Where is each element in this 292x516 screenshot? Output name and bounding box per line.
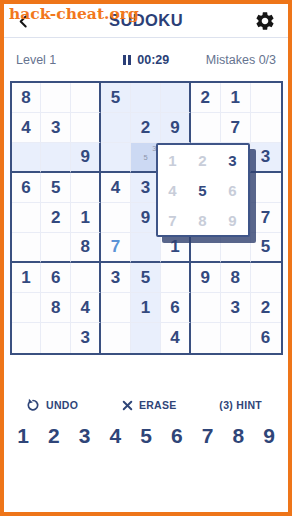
cell-r6c2[interactable] <box>41 233 71 263</box>
cell-r1c2[interactable] <box>41 83 71 113</box>
cell-r2c2[interactable]: 3 <box>41 113 71 143</box>
cell-r3c4[interactable] <box>101 143 131 173</box>
note-popup-digit-3[interactable]: 3 <box>218 145 248 175</box>
cell-r1c9[interactable] <box>251 83 281 113</box>
note-popup-digit-8[interactable]: 8 <box>188 205 218 235</box>
cell-r8c5[interactable]: 1 <box>131 293 161 323</box>
cell-r4c9[interactable] <box>251 173 281 203</box>
cell-r1c1[interactable]: 8 <box>12 83 42 113</box>
top-bar: SUDOKU <box>4 4 288 38</box>
cell-r6c5[interactable] <box>131 233 161 263</box>
pencil-notes: 35 <box>132 144 159 170</box>
note-popup-digit-4[interactable]: 4 <box>158 175 188 205</box>
cell-r1c3[interactable] <box>71 83 101 113</box>
cell-r8c8[interactable]: 3 <box>221 293 251 323</box>
numpad-9[interactable]: 9 <box>262 424 276 448</box>
numpad-7[interactable]: 7 <box>201 424 215 448</box>
cell-r7c9[interactable] <box>251 263 281 293</box>
cell-r4c4[interactable]: 4 <box>101 173 131 203</box>
cell-r8c7[interactable] <box>191 293 221 323</box>
note-picker-popup: 123456789 <box>156 143 250 237</box>
cell-r8c1[interactable] <box>12 293 42 323</box>
cell-r7c1[interactable]: 1 <box>12 263 42 293</box>
cell-r5c9[interactable]: 7 <box>251 203 281 233</box>
cell-r8c3[interactable]: 4 <box>71 293 101 323</box>
note-popup-digit-2[interactable]: 2 <box>188 145 218 175</box>
cell-r8c4[interactable] <box>101 293 131 323</box>
cell-r6c9[interactable]: 5 <box>251 233 281 263</box>
cell-r8c2[interactable]: 8 <box>41 293 71 323</box>
numpad-2[interactable]: 2 <box>47 424 61 448</box>
cell-r7c4[interactable]: 3 <box>101 263 131 293</box>
cell-r4c1[interactable]: 6 <box>12 173 42 203</box>
cell-r7c8[interactable]: 8 <box>221 263 251 293</box>
cell-r5c3[interactable]: 1 <box>71 203 101 233</box>
cell-r7c7[interactable]: 9 <box>191 263 221 293</box>
cell-r1c4[interactable]: 5 <box>101 83 131 113</box>
undo-arrow-icon <box>25 397 41 413</box>
note-popup-digit-6[interactable]: 6 <box>218 175 248 205</box>
cell-r1c7[interactable]: 2 <box>191 83 221 113</box>
undo-label: UNDO <box>46 399 78 411</box>
cell-r2c1[interactable]: 4 <box>12 113 42 143</box>
cell-r2c4[interactable] <box>101 113 131 143</box>
sudoku-app-screen: hack-cheat.org SUDOKU Level 1 00:29 Mist… <box>0 0 292 516</box>
cell-r6c7[interactable] <box>191 233 221 263</box>
settings-button[interactable] <box>254 10 276 32</box>
cell-r9c3[interactable]: 3 <box>71 323 101 353</box>
cell-r7c2[interactable]: 6 <box>41 263 71 293</box>
numpad-3[interactable]: 3 <box>78 424 92 448</box>
cell-r5c1[interactable] <box>12 203 42 233</box>
numpad-5[interactable]: 5 <box>139 424 153 448</box>
status-bar: Level 1 00:29 Mistakes 0/3 <box>4 51 288 69</box>
number-pad: 123456789 <box>4 424 288 448</box>
cell-r9c7[interactable] <box>191 323 221 353</box>
cell-r3c2[interactable] <box>41 143 71 173</box>
control-bar: UNDO ERASE (3) HINT <box>4 397 288 413</box>
numpad-4[interactable]: 4 <box>108 424 122 448</box>
cell-r8c6[interactable]: 6 <box>161 293 191 323</box>
cell-r4c2[interactable]: 5 <box>41 173 71 203</box>
cell-r2c6[interactable]: 9 <box>161 113 191 143</box>
cell-r7c5[interactable]: 5 <box>131 263 161 293</box>
undo-button[interactable]: UNDO <box>25 397 78 413</box>
cell-r2c9[interactable] <box>251 113 281 143</box>
cell-r9c4[interactable] <box>101 323 131 353</box>
cell-r9c1[interactable] <box>12 323 42 353</box>
cell-r6c6[interactable]: 1 <box>161 233 191 263</box>
note-popup-digit-7[interactable]: 7 <box>158 205 188 235</box>
cell-r6c3[interactable]: 8 <box>71 233 101 263</box>
cell-r7c6[interactable] <box>161 263 191 293</box>
cell-r1c8[interactable]: 1 <box>221 83 251 113</box>
x-cross-icon <box>121 399 134 412</box>
numpad-6[interactable]: 6 <box>170 424 184 448</box>
note-popup-digit-9[interactable]: 9 <box>218 205 248 235</box>
note-popup-digit-5[interactable]: 5 <box>188 175 218 205</box>
mistakes-counter: Mistakes 0/3 <box>169 53 276 67</box>
cell-r2c7[interactable] <box>191 113 221 143</box>
cell-r6c8[interactable] <box>221 233 251 263</box>
note-popup-digit-1[interactable]: 1 <box>158 145 188 175</box>
erase-button[interactable]: ERASE <box>121 399 177 412</box>
level-label: Level 1 <box>16 53 123 67</box>
cell-r6c4[interactable]: 7 <box>101 233 131 263</box>
cell-r3c9[interactable]: 3 <box>251 143 281 173</box>
gear-icon <box>254 10 276 32</box>
erase-label: ERASE <box>139 399 177 411</box>
hint-button[interactable]: (3) HINT <box>219 399 262 411</box>
cell-r9c9[interactable]: 6 <box>251 323 281 353</box>
cell-r2c8[interactable]: 7 <box>221 113 251 143</box>
cell-r2c3[interactable] <box>71 113 101 143</box>
cell-r6c1[interactable] <box>12 233 42 263</box>
cell-r9c5[interactable] <box>131 323 161 353</box>
cell-r9c8[interactable] <box>221 323 251 353</box>
cell-r9c2[interactable] <box>41 323 71 353</box>
cell-r7c3[interactable] <box>71 263 101 293</box>
cell-r5c2[interactable]: 2 <box>41 203 71 233</box>
cell-r5c4[interactable] <box>101 203 131 233</box>
pause-timer-button[interactable]: 00:29 <box>123 53 169 67</box>
board-area: 8521432979353654321978715163598841632346… <box>10 81 283 355</box>
cell-r8c9[interactable]: 2 <box>251 293 281 323</box>
cell-r1c6[interactable] <box>161 83 191 113</box>
numpad-8[interactable]: 8 <box>231 424 245 448</box>
cell-r9c6[interactable]: 4 <box>161 323 191 353</box>
pause-icon <box>123 55 132 65</box>
page-title: SUDOKU <box>4 11 288 30</box>
cell-r4c3[interactable] <box>71 173 101 203</box>
cell-r3c3[interactable]: 9 <box>71 143 101 173</box>
cell-r3c1[interactable] <box>12 143 42 173</box>
hint-label: (3) HINT <box>219 399 262 411</box>
cell-r1c5[interactable] <box>131 83 161 113</box>
cell-r2c5[interactable]: 2 <box>131 113 161 143</box>
timer-value: 00:29 <box>137 53 169 67</box>
numpad-1[interactable]: 1 <box>16 424 30 448</box>
